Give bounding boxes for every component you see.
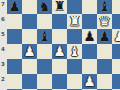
rank-label-2: 2 (1, 76, 7, 83)
piece-black-rook-d7[interactable]: ♜ (52, 0, 67, 14)
square-b3[interactable] (22, 59, 37, 74)
square-c4[interactable] (37, 44, 52, 59)
square-g6[interactable]: ♛ (97, 14, 112, 29)
square-c5[interactable]: ♝ (37, 29, 52, 44)
rank-coordinate-gutter: 765432 (0, 0, 7, 90)
square-c7[interactable]: ♞ (37, 0, 52, 14)
piece-white-pawn-b4[interactable]: ♟ (22, 44, 37, 59)
square-g3[interactable] (97, 59, 112, 74)
square-g7[interactable]: ♝ (97, 0, 112, 14)
square-e6[interactable]: ♜ (67, 14, 82, 29)
square-g5[interactable]: ♟ (97, 29, 112, 44)
chess-board: ♚♟♞♜♝♜♛♝♟♟♟♟♟♝♟♜♚ (7, 0, 120, 90)
piece-black-pawn-g5[interactable]: ♟ (97, 29, 112, 44)
square-d1[interactable] (52, 89, 67, 90)
square-d2[interactable] (52, 74, 67, 89)
rank-label-6: 6 (1, 16, 7, 23)
square-f6[interactable] (82, 14, 97, 29)
square-h3[interactable] (112, 59, 120, 74)
piece-white-king-g1[interactable]: ♚ (97, 89, 112, 90)
square-h5[interactable]: ♟ (112, 29, 120, 44)
piece-white-pawn-f2[interactable]: ♟ (82, 74, 97, 89)
square-a1[interactable] (7, 89, 22, 90)
square-d6[interactable] (52, 14, 67, 29)
square-g4[interactable] (97, 44, 112, 59)
square-d3[interactable] (52, 59, 67, 74)
piece-black-pawn-f5[interactable]: ♟ (82, 29, 97, 44)
square-a6[interactable] (7, 14, 22, 29)
piece-white-queen-g6[interactable]: ♛ (97, 14, 112, 29)
piece-black-pawn-a7[interactable]: ♟ (7, 0, 22, 14)
chess-board-screenshot: 765432 ♚♟♞♜♝♜♛♝♟♟♟♟♟♝♟♜♚ (0, 0, 120, 90)
square-h2[interactable] (112, 74, 120, 89)
square-a7[interactable]: ♟ (7, 0, 22, 14)
piece-white-rook-e1[interactable]: ♜ (67, 89, 82, 90)
square-e7[interactable] (67, 0, 82, 14)
square-f2[interactable]: ♟ (82, 74, 97, 89)
square-b6[interactable] (22, 14, 37, 29)
square-h4[interactable] (112, 44, 120, 59)
square-c2[interactable] (37, 74, 52, 89)
square-b2[interactable] (22, 74, 37, 89)
square-h6[interactable] (112, 14, 120, 29)
piece-black-bishop-c5[interactable]: ♝ (37, 29, 52, 44)
square-f1[interactable] (82, 89, 97, 90)
square-b4[interactable]: ♟ (22, 44, 37, 59)
rank-label-5: 5 (1, 31, 7, 38)
square-a4[interactable] (7, 44, 22, 59)
square-c3[interactable] (37, 59, 52, 74)
square-a2[interactable] (7, 74, 22, 89)
square-g1[interactable]: ♚ (97, 89, 112, 90)
square-e5[interactable] (67, 29, 82, 44)
piece-white-rook-e6[interactable]: ♜ (67, 14, 82, 29)
piece-white-pawn-h5[interactable]: ♟ (112, 29, 120, 44)
piece-black-bishop-g7[interactable]: ♝ (97, 0, 112, 14)
square-f5[interactable]: ♟ (82, 29, 97, 44)
rank-label-3: 3 (1, 61, 7, 68)
square-a3[interactable] (7, 59, 22, 74)
square-h7[interactable] (112, 0, 120, 14)
square-b5[interactable] (22, 29, 37, 44)
piece-white-pawn-d4[interactable]: ♟ (52, 44, 67, 59)
square-c1[interactable] (37, 89, 52, 90)
square-h1[interactable] (112, 89, 120, 90)
square-g2[interactable] (97, 74, 112, 89)
square-b1[interactable] (22, 89, 37, 90)
square-d5[interactable] (52, 29, 67, 44)
piece-black-knight-c7[interactable]: ♞ (37, 0, 52, 14)
square-f4[interactable] (82, 44, 97, 59)
square-e3[interactable] (67, 59, 82, 74)
square-a5[interactable] (7, 29, 22, 44)
square-d4[interactable]: ♟ (52, 44, 67, 59)
square-e1[interactable]: ♜ (67, 89, 82, 90)
square-e4[interactable]: ♝ (67, 44, 82, 59)
piece-white-bishop-e4[interactable]: ♝ (67, 44, 82, 59)
square-b7[interactable] (22, 0, 37, 14)
square-d7[interactable]: ♜ (52, 0, 67, 14)
square-c6[interactable] (37, 14, 52, 29)
rank-label-4: 4 (1, 46, 7, 53)
square-f3[interactable] (82, 59, 97, 74)
square-e2[interactable] (67, 74, 82, 89)
rank-label-7: 7 (1, 1, 7, 8)
square-f7[interactable] (82, 0, 97, 14)
